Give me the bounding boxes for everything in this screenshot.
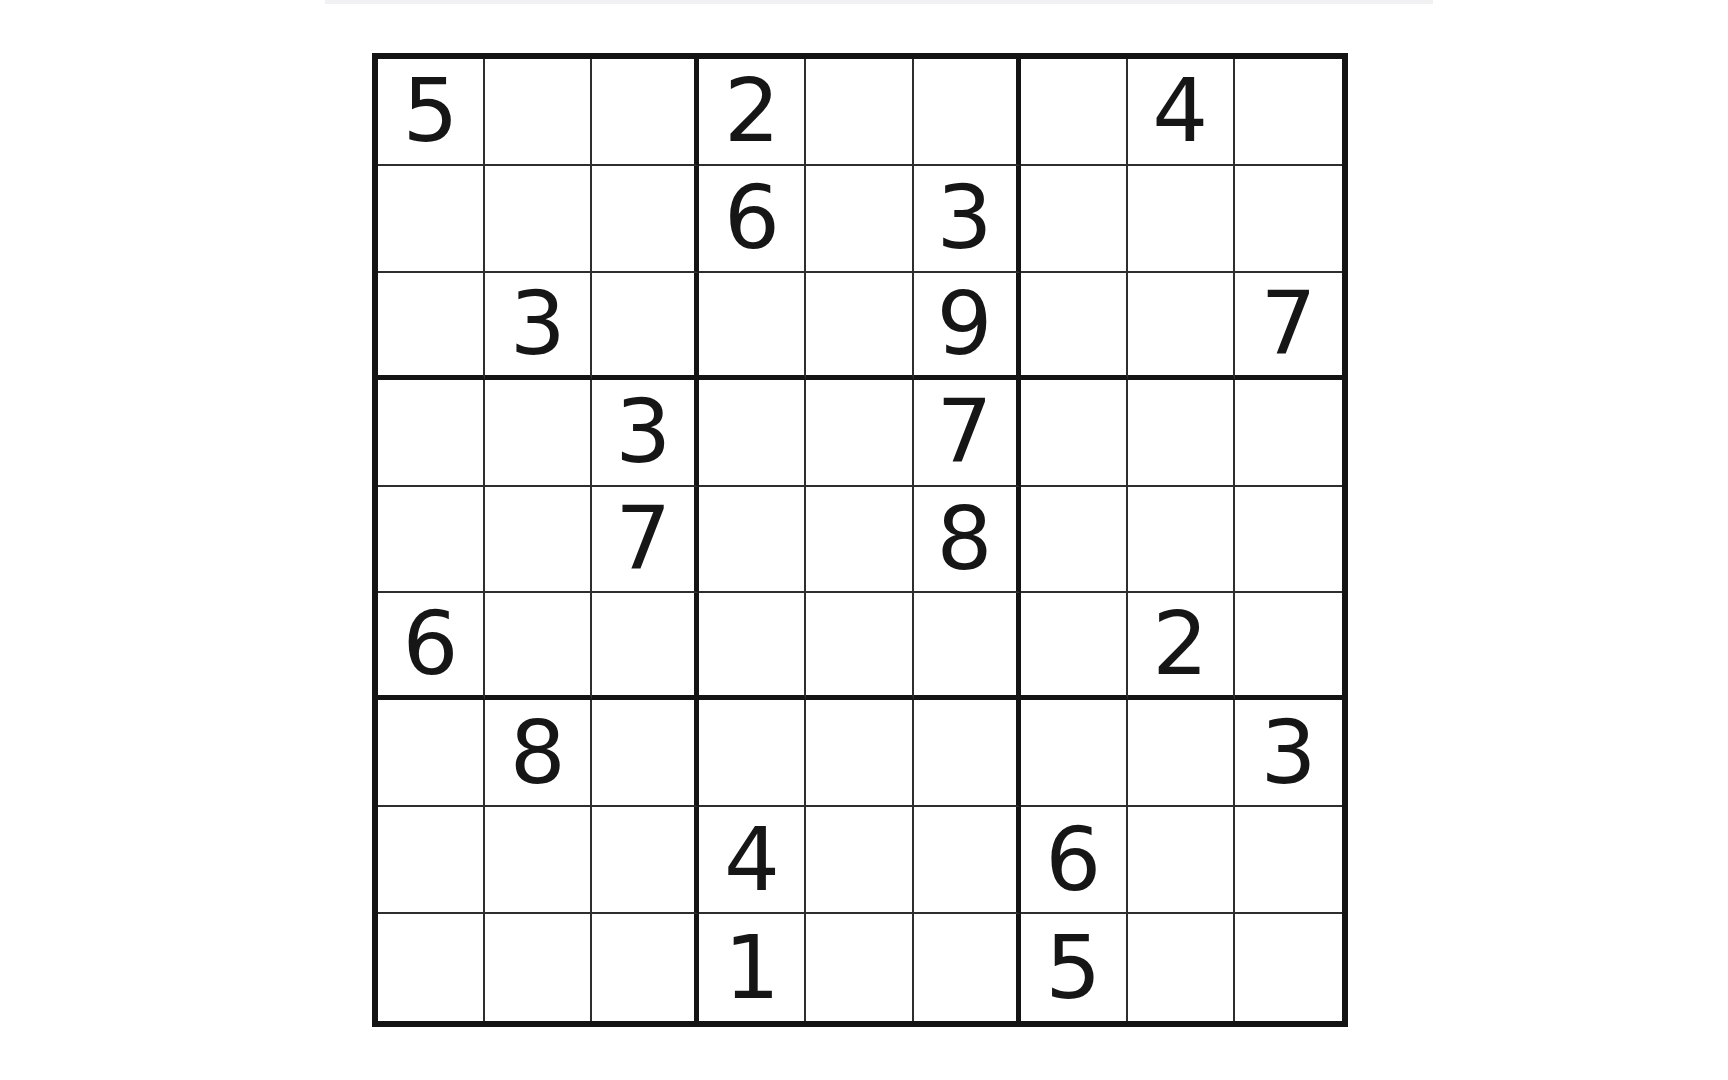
cell-r5c1[interactable] [378, 487, 485, 594]
given-digit: 6 [724, 174, 780, 262]
cell-r4c5[interactable] [806, 380, 913, 487]
given-digit: 2 [724, 67, 780, 155]
cell-r3c8[interactable] [1128, 273, 1235, 380]
cell-r7c2[interactable]: 8 [485, 700, 592, 807]
cell-r9c1[interactable] [378, 914, 485, 1021]
cell-r6c8[interactable]: 2 [1128, 593, 1235, 700]
cell-r6c2[interactable] [485, 593, 592, 700]
cell-r4c1[interactable] [378, 380, 485, 487]
cell-r7c9[interactable]: 3 [1235, 700, 1342, 807]
cell-r1c3[interactable] [592, 59, 699, 166]
top-divider-line [325, 0, 1433, 4]
cell-r6c7[interactable] [1021, 593, 1128, 700]
cell-r4c8[interactable] [1128, 380, 1235, 487]
cell-r6c4[interactable] [699, 593, 806, 700]
cell-r3c6[interactable]: 9 [914, 273, 1021, 380]
given-digit: 3 [510, 280, 566, 368]
cell-r2c5[interactable] [806, 166, 913, 273]
cell-r6c3[interactable] [592, 593, 699, 700]
sudoku-board: 52463397377862834615 [372, 53, 1348, 1027]
cell-r5c7[interactable] [1021, 487, 1128, 594]
cell-r9c7[interactable]: 5 [1021, 914, 1128, 1021]
cell-r5c2[interactable] [485, 487, 592, 594]
cell-r3c1[interactable] [378, 273, 485, 380]
cell-r1c8[interactable]: 4 [1128, 59, 1235, 166]
cell-r8c1[interactable] [378, 807, 485, 914]
cell-r2c1[interactable] [378, 166, 485, 273]
cell-r9c6[interactable] [914, 914, 1021, 1021]
given-digit: 2 [1152, 600, 1208, 688]
cell-r8c6[interactable] [914, 807, 1021, 914]
cell-r2c8[interactable] [1128, 166, 1235, 273]
cell-r7c7[interactable] [1021, 700, 1128, 807]
given-digit: 3 [1260, 709, 1316, 797]
given-digit: 6 [1045, 816, 1101, 904]
cell-r5c8[interactable] [1128, 487, 1235, 594]
cell-r1c2[interactable] [485, 59, 592, 166]
cell-r7c1[interactable] [378, 700, 485, 807]
cell-r6c6[interactable] [914, 593, 1021, 700]
given-digit: 6 [403, 600, 459, 688]
cell-r4c4[interactable] [699, 380, 806, 487]
cell-r2c2[interactable] [485, 166, 592, 273]
given-digit: 5 [403, 67, 459, 155]
cell-r2c4[interactable]: 6 [699, 166, 806, 273]
cell-r7c3[interactable] [592, 700, 699, 807]
cell-r3c7[interactable] [1021, 273, 1128, 380]
cell-r5c5[interactable] [806, 487, 913, 594]
cell-r6c9[interactable] [1235, 593, 1342, 700]
cell-r1c7[interactable] [1021, 59, 1128, 166]
given-digit: 4 [1152, 67, 1208, 155]
given-digit: 7 [1260, 280, 1316, 368]
cell-r4c3[interactable]: 3 [592, 380, 699, 487]
given-digit: 5 [1045, 924, 1101, 1012]
cell-r5c9[interactable] [1235, 487, 1342, 594]
cell-r2c6[interactable]: 3 [914, 166, 1021, 273]
cell-r1c1[interactable]: 5 [378, 59, 485, 166]
cell-r7c5[interactable] [806, 700, 913, 807]
cell-r8c2[interactable] [485, 807, 592, 914]
cell-r8c3[interactable] [592, 807, 699, 914]
given-digit: 8 [937, 495, 993, 583]
cell-r9c3[interactable] [592, 914, 699, 1021]
cell-r1c4[interactable]: 2 [699, 59, 806, 166]
cell-r3c4[interactable] [699, 273, 806, 380]
cell-r5c6[interactable]: 8 [914, 487, 1021, 594]
cell-r7c6[interactable] [914, 700, 1021, 807]
given-digit: 8 [510, 709, 566, 797]
cell-r5c3[interactable]: 7 [592, 487, 699, 594]
cell-r9c2[interactable] [485, 914, 592, 1021]
cell-r3c2[interactable]: 3 [485, 273, 592, 380]
cell-r9c8[interactable] [1128, 914, 1235, 1021]
given-digit: 1 [724, 924, 780, 1012]
cell-r3c5[interactable] [806, 273, 913, 380]
cell-r8c5[interactable] [806, 807, 913, 914]
cell-r2c3[interactable] [592, 166, 699, 273]
cell-r2c7[interactable] [1021, 166, 1128, 273]
given-digit: 9 [937, 280, 993, 368]
cell-r4c6[interactable]: 7 [914, 380, 1021, 487]
given-digit: 3 [615, 388, 671, 476]
cell-r2c9[interactable] [1235, 166, 1342, 273]
cell-r9c4[interactable]: 1 [699, 914, 806, 1021]
cell-r7c4[interactable] [699, 700, 806, 807]
given-digit: 7 [937, 388, 993, 476]
cell-r9c9[interactable] [1235, 914, 1342, 1021]
cell-r8c4[interactable]: 4 [699, 807, 806, 914]
cell-r4c7[interactable] [1021, 380, 1128, 487]
cell-r9c5[interactable] [806, 914, 913, 1021]
cell-r8c7[interactable]: 6 [1021, 807, 1128, 914]
cell-r4c2[interactable] [485, 380, 592, 487]
cell-r3c9[interactable]: 7 [1235, 273, 1342, 380]
cell-r1c5[interactable] [806, 59, 913, 166]
given-digit: 7 [615, 495, 671, 583]
given-digit: 3 [937, 174, 993, 262]
cell-r5c4[interactable] [699, 487, 806, 594]
cell-r6c1[interactable]: 6 [378, 593, 485, 700]
cell-r1c9[interactable] [1235, 59, 1342, 166]
cell-r6c5[interactable] [806, 593, 913, 700]
cell-r8c8[interactable] [1128, 807, 1235, 914]
cell-r4c9[interactable] [1235, 380, 1342, 487]
cell-r3c3[interactable] [592, 273, 699, 380]
cell-r7c8[interactable] [1128, 700, 1235, 807]
cell-r8c9[interactable] [1235, 807, 1342, 914]
cell-r1c6[interactable] [914, 59, 1021, 166]
given-digit: 4 [724, 816, 780, 904]
